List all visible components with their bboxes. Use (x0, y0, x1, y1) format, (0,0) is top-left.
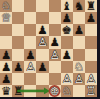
black-knight-piece[interactable]: ♞ (74, 0, 84, 12)
white-pawn-piece[interactable]: ♙ (25, 60, 35, 72)
square-b7[interactable] (12, 12, 24, 24)
square-g6[interactable]: ♟ (73, 24, 85, 36)
square-c8[interactable] (24, 0, 36, 12)
white-knight-piece[interactable]: ♘ (62, 84, 72, 96)
square-d8[interactable] (36, 0, 48, 12)
square-e4[interactable]: ♙ (49, 49, 61, 61)
white-pawn-piece[interactable]: ♙ (74, 72, 84, 84)
square-f1[interactable]: ♘ (61, 85, 73, 97)
white-king-piece[interactable]: ♔ (49, 84, 59, 96)
square-g8[interactable]: ♞ (73, 0, 85, 12)
square-d1[interactable] (36, 85, 48, 97)
square-c7[interactable] (24, 12, 36, 24)
square-d2[interactable] (36, 73, 48, 85)
square-e1[interactable]: ♔ (49, 85, 61, 97)
square-b3[interactable]: ♟ (12, 61, 24, 73)
square-g1[interactable] (73, 85, 85, 97)
white-rook-piece[interactable]: ♖ (86, 84, 96, 96)
black-pawn-piece[interactable]: ♟ (62, 48, 72, 60)
black-pawn-piece[interactable]: ♟ (86, 12, 96, 24)
white-pawn-piece[interactable]: ♙ (37, 36, 47, 48)
white-queen-piece[interactable]: ♕ (1, 12, 11, 24)
square-h1[interactable]: ♖ (85, 85, 97, 97)
square-e8[interactable] (49, 0, 61, 12)
black-king-piece[interactable]: ♚ (62, 24, 72, 36)
square-e3[interactable] (49, 61, 61, 73)
square-b1[interactable]: ♜ (12, 85, 24, 97)
square-h4[interactable] (85, 49, 97, 61)
square-d5[interactable]: ♙ (36, 36, 48, 48)
square-b8[interactable] (12, 0, 24, 12)
chess-board[interactable]: ♘♝♞♜♕♟♟♟♚♟♙♟♟♟♙♟♟♟♙♟♘♟♙♙♙♛♜♔♘♖ (0, 0, 97, 97)
square-a6[interactable] (0, 24, 12, 36)
square-b5[interactable] (12, 36, 24, 48)
white-pawn-piece[interactable]: ♙ (49, 48, 59, 60)
square-d3[interactable]: ♟ (36, 61, 48, 73)
square-h5[interactable] (85, 36, 97, 48)
black-queen-piece[interactable]: ♛ (1, 84, 11, 96)
square-g2[interactable]: ♙ (73, 73, 85, 85)
square-f6[interactable]: ♚ (61, 24, 73, 36)
square-c6[interactable] (24, 24, 36, 36)
chess-app-window: ♘♝♞♜♕♟♟♟♚♟♙♟♟♟♙♟♟♟♙♟♘♟♙♙♙♛♜♔♘♖ (0, 0, 100, 99)
square-c1[interactable] (24, 85, 36, 97)
black-rook-piece[interactable]: ♜ (13, 84, 23, 96)
square-h7[interactable]: ♟ (85, 12, 97, 24)
black-pawn-piece[interactable]: ♟ (13, 60, 23, 72)
black-pawn-piece[interactable]: ♟ (37, 60, 47, 72)
black-pawn-piece[interactable]: ♟ (74, 24, 84, 36)
square-g5[interactable] (73, 36, 85, 48)
square-c2[interactable] (24, 73, 36, 85)
square-c3[interactable]: ♙ (24, 61, 36, 73)
square-h6[interactable] (85, 24, 97, 36)
square-a7[interactable]: ♕ (0, 12, 12, 24)
square-a1[interactable]: ♛ (0, 85, 12, 97)
square-f4[interactable]: ♟ (61, 49, 73, 61)
square-b6[interactable] (12, 24, 24, 36)
square-e7[interactable] (49, 12, 61, 24)
